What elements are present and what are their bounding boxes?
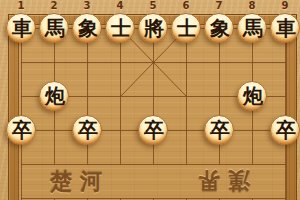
piece-black-soldier[interactable]: 卒 bbox=[138, 115, 168, 145]
piece-black-soldier[interactable]: 卒 bbox=[72, 115, 102, 145]
piece-black-chariot[interactable]: 車 bbox=[270, 13, 300, 43]
piece-glyph: 炮 bbox=[238, 82, 268, 112]
piece-glyph: 卒 bbox=[271, 116, 300, 146]
column-label-5: 5 bbox=[145, 0, 161, 12]
piece-black-soldier[interactable]: 卒 bbox=[204, 115, 234, 145]
piece-black-soldier[interactable]: 卒 bbox=[6, 115, 36, 145]
column-label-6: 6 bbox=[178, 0, 194, 12]
piece-black-soldier[interactable]: 卒 bbox=[270, 115, 300, 145]
piece-black-advisor[interactable]: 士 bbox=[105, 13, 135, 43]
grid-horizontal-rank-6 bbox=[21, 198, 286, 199]
piece-black-elephant[interactable]: 象 bbox=[204, 13, 234, 43]
column-label-3: 3 bbox=[79, 0, 95, 12]
grid-border-river bbox=[21, 164, 22, 198]
column-label-1: 1 bbox=[13, 0, 29, 12]
column-label-4: 4 bbox=[112, 0, 128, 12]
column-label-2: 2 bbox=[46, 0, 62, 12]
grid-horizontal-rank-5 bbox=[21, 164, 286, 165]
piece-black-general[interactable]: 將 bbox=[138, 13, 168, 43]
piece-glyph: 將 bbox=[139, 14, 169, 44]
piece-glyph: 卒 bbox=[7, 116, 37, 146]
piece-glyph: 馬 bbox=[40, 14, 70, 44]
column-label-9: 9 bbox=[277, 0, 293, 12]
piece-glyph: 馬 bbox=[238, 14, 268, 44]
piece-glyph: 象 bbox=[205, 14, 235, 44]
piece-black-elephant[interactable]: 象 bbox=[72, 13, 102, 43]
piece-glyph: 士 bbox=[172, 14, 202, 44]
piece-glyph: 卒 bbox=[73, 116, 103, 146]
column-label-8: 8 bbox=[244, 0, 260, 12]
piece-black-chariot[interactable]: 車 bbox=[6, 13, 36, 43]
piece-glyph: 炮 bbox=[40, 82, 70, 112]
river-label-chu-he: 楚河 bbox=[32, 167, 128, 195]
river-label-han-jie: 漢界 bbox=[172, 167, 268, 195]
xiangqi-board-screen: 123456789 楚河 漢界 車馬象士將士象馬車炮炮卒卒卒卒卒 bbox=[0, 0, 300, 200]
piece-black-advisor[interactable]: 士 bbox=[171, 13, 201, 43]
piece-black-cannon[interactable]: 炮 bbox=[39, 81, 69, 111]
piece-glyph: 卒 bbox=[205, 116, 235, 146]
piece-glyph: 象 bbox=[73, 14, 103, 44]
grid-border-river bbox=[285, 164, 286, 198]
piece-glyph: 車 bbox=[271, 14, 300, 44]
piece-black-cannon[interactable]: 炮 bbox=[237, 81, 267, 111]
column-label-7: 7 bbox=[211, 0, 227, 12]
piece-glyph: 卒 bbox=[139, 116, 169, 146]
piece-glyph: 士 bbox=[106, 14, 136, 44]
piece-black-horse[interactable]: 馬 bbox=[39, 13, 69, 43]
piece-glyph: 車 bbox=[7, 14, 37, 44]
piece-black-horse[interactable]: 馬 bbox=[237, 13, 267, 43]
